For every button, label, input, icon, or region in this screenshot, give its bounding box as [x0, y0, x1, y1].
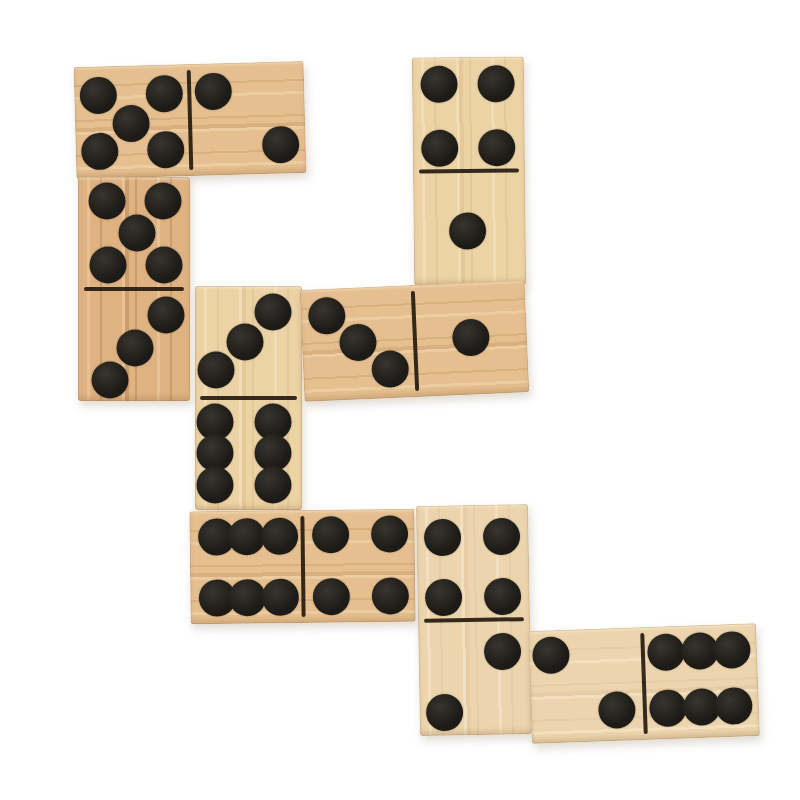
pip	[146, 131, 184, 169]
domino-half-5	[74, 64, 192, 179]
pip	[227, 324, 264, 361]
domino-3-6[interactable]	[195, 286, 302, 510]
pip	[449, 213, 486, 250]
pip	[119, 215, 156, 252]
divider-line	[84, 287, 185, 291]
pip	[81, 132, 119, 170]
pip	[89, 182, 126, 219]
pip	[197, 467, 234, 504]
domino-4-1[interactable]	[412, 56, 526, 285]
pip	[425, 579, 463, 617]
pip	[79, 77, 117, 115]
pip	[483, 518, 521, 556]
domino-half-3	[195, 286, 302, 398]
pip	[647, 633, 685, 671]
domino-3-1[interactable]	[300, 280, 530, 402]
domino-half-3	[78, 289, 190, 401]
divider-line	[200, 396, 296, 400]
domino-2-6[interactable]	[528, 623, 760, 744]
domino-half-4	[412, 56, 525, 171]
pip	[371, 350, 410, 389]
pip	[312, 516, 349, 553]
domino-half-2	[418, 619, 532, 736]
pip	[92, 361, 129, 398]
pip	[484, 633, 522, 671]
pip	[261, 518, 298, 555]
domino-half-4	[416, 504, 530, 621]
pip	[198, 352, 235, 389]
pip	[715, 687, 753, 725]
pip	[339, 323, 378, 362]
domino-5-2[interactable]	[74, 61, 307, 179]
pip	[713, 631, 751, 669]
pip	[312, 578, 349, 615]
pip	[197, 434, 234, 471]
domino-6-4[interactable]	[189, 509, 415, 625]
pip	[117, 330, 154, 367]
domino-half-6	[189, 510, 303, 624]
pip	[228, 518, 265, 555]
pip	[194, 72, 232, 110]
domino-half-2	[189, 61, 307, 176]
pip	[255, 467, 292, 504]
domino-5-3[interactable]	[78, 177, 190, 401]
pip	[148, 296, 185, 333]
pip	[229, 579, 266, 616]
pip	[531, 636, 569, 674]
pip	[420, 66, 457, 103]
pip	[451, 318, 490, 357]
pip	[478, 129, 515, 166]
pip	[372, 577, 409, 614]
pip	[262, 579, 299, 616]
domino-half-1	[413, 170, 526, 285]
domino-table	[0, 0, 800, 800]
pip	[425, 694, 463, 732]
domino-half-6	[195, 398, 302, 510]
pip	[421, 130, 458, 167]
domino-4-2[interactable]	[416, 504, 532, 736]
pip	[307, 296, 346, 335]
pip	[371, 515, 408, 552]
pip	[112, 105, 150, 143]
domino-half-4	[302, 509, 416, 623]
pip	[255, 434, 292, 471]
pip	[261, 126, 299, 164]
pip	[145, 182, 182, 219]
pip	[145, 75, 183, 113]
pip	[423, 519, 461, 557]
domino-half-3	[300, 285, 417, 402]
pip	[255, 293, 292, 330]
domino-half-1	[412, 280, 529, 397]
domino-half-5	[78, 177, 190, 289]
domino-half-2	[528, 627, 646, 744]
domino-half-6	[642, 623, 760, 740]
pip	[90, 247, 127, 284]
pip	[597, 691, 635, 729]
pip	[146, 247, 183, 284]
pip	[477, 65, 514, 102]
pip	[649, 690, 687, 728]
pip	[484, 578, 522, 616]
